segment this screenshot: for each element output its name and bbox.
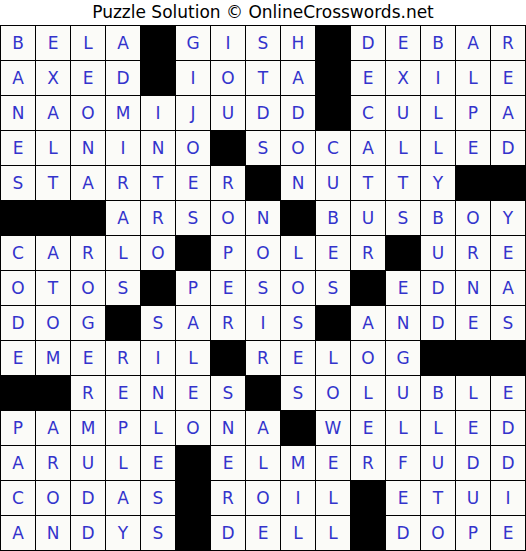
- cell-r11c11: L: [351, 376, 385, 410]
- cell-r10c4: R: [106, 341, 140, 375]
- cell-r15c8: E: [246, 516, 280, 550]
- cell-r11c15: E: [491, 376, 525, 410]
- cell-r9c15: S: [491, 306, 525, 340]
- block-r15c11: [351, 516, 385, 550]
- cell-r11c12: U: [386, 376, 420, 410]
- cell-r3c1: N: [1, 96, 35, 130]
- cell-r8c6: P: [176, 271, 210, 305]
- cell-r5c3: A: [71, 166, 105, 200]
- cell-r9c1: D: [1, 306, 35, 340]
- cell-r4c8: S: [246, 131, 280, 165]
- cell-r8c3: O: [71, 271, 105, 305]
- cell-r2c14: L: [456, 61, 490, 95]
- block-r12c9: [281, 411, 315, 445]
- cell-r12c15: D: [491, 411, 525, 445]
- cell-r8c1: O: [1, 271, 35, 305]
- cell-r14c10: L: [316, 481, 350, 515]
- cell-r3c9: D: [281, 96, 315, 130]
- cell-r4c3: N: [71, 131, 105, 165]
- cell-r13c4: L: [106, 446, 140, 480]
- block-r2c5: [141, 61, 175, 95]
- cell-r2c15: E: [491, 61, 525, 95]
- cell-r14c15: I: [491, 481, 525, 515]
- cell-r6c4: A: [106, 201, 140, 235]
- cell-r14c12: E: [386, 481, 420, 515]
- cell-r13c7: E: [211, 446, 245, 480]
- cell-r3c5: I: [141, 96, 175, 130]
- cell-r11c4: E: [106, 376, 140, 410]
- cell-r14c13: T: [421, 481, 455, 515]
- cell-r15c10: L: [316, 516, 350, 550]
- cell-r7c3: R: [71, 236, 105, 270]
- block-r15c6: [176, 516, 210, 550]
- cell-r6c14: O: [456, 201, 490, 235]
- cell-r10c12: G: [386, 341, 420, 375]
- cell-r6c7: O: [211, 201, 245, 235]
- cell-r5c7: R: [211, 166, 245, 200]
- cell-r14c4: A: [106, 481, 140, 515]
- cell-r13c1: A: [1, 446, 35, 480]
- cell-r1c7: I: [211, 26, 245, 60]
- block-r10c14: [456, 341, 490, 375]
- cell-r3c11: C: [351, 96, 385, 130]
- cell-r10c1: E: [1, 341, 35, 375]
- cell-r11c10: O: [316, 376, 350, 410]
- cell-r12c7: N: [211, 411, 245, 445]
- cell-r5c10: U: [316, 166, 350, 200]
- block-r1c5: [141, 26, 175, 60]
- cell-r8c15: A: [491, 271, 525, 305]
- cell-r11c13: B: [421, 376, 455, 410]
- block-r7c6: [176, 236, 210, 270]
- cell-r2c6: I: [176, 61, 210, 95]
- cell-r1c3: L: [71, 26, 105, 60]
- cell-r14c9: I: [281, 481, 315, 515]
- cell-r8c13: D: [421, 271, 455, 305]
- cell-r15c7: D: [211, 516, 245, 550]
- cell-r11c3: R: [71, 376, 105, 410]
- cell-r10c3: E: [71, 341, 105, 375]
- cell-r12c8: A: [246, 411, 280, 445]
- cell-r2c12: X: [386, 61, 420, 95]
- cell-r13c14: D: [456, 446, 490, 480]
- cell-r6c10: B: [316, 201, 350, 235]
- cell-r13c5: E: [141, 446, 175, 480]
- cell-r13c12: F: [386, 446, 420, 480]
- cell-r1c4: A: [106, 26, 140, 60]
- title-bar: Puzzle Solution © OnlineCrosswords.net: [0, 0, 526, 25]
- cell-r12c13: L: [421, 411, 455, 445]
- cell-r7c4: L: [106, 236, 140, 270]
- cell-r15c9: L: [281, 516, 315, 550]
- puzzle-solution-page: Puzzle Solution © OnlineCrosswords.net B…: [0, 0, 526, 551]
- cell-r15c3: D: [71, 516, 105, 550]
- block-r4c7: [211, 131, 245, 165]
- cell-r9c9: S: [281, 306, 315, 340]
- cell-r1c9: H: [281, 26, 315, 60]
- cell-r1c1: B: [1, 26, 35, 60]
- cell-r13c10: E: [316, 446, 350, 480]
- cell-r5c1: S: [1, 166, 35, 200]
- cell-r3c13: L: [421, 96, 455, 130]
- cell-r7c8: O: [246, 236, 280, 270]
- cell-r12c6: O: [176, 411, 210, 445]
- cell-r2c9: A: [281, 61, 315, 95]
- cell-r3c4: M: [106, 96, 140, 130]
- cell-r13c11: R: [351, 446, 385, 480]
- cell-r14c14: U: [456, 481, 490, 515]
- cell-r6c15: Y: [491, 201, 525, 235]
- cell-r9c11: A: [351, 306, 385, 340]
- cell-r12c4: P: [106, 411, 140, 445]
- page-title: Puzzle Solution © OnlineCrosswords.net: [92, 0, 434, 25]
- cell-r3c7: U: [211, 96, 245, 130]
- cell-r7c11: R: [351, 236, 385, 270]
- cell-r12c1: P: [1, 411, 35, 445]
- cell-r7c5: O: [141, 236, 175, 270]
- cell-r2c2: X: [36, 61, 70, 95]
- cell-r2c11: E: [351, 61, 385, 95]
- cell-r5c13: Y: [421, 166, 455, 200]
- cell-r3c12: U: [386, 96, 420, 130]
- cell-r9c5: S: [141, 306, 175, 340]
- cell-r15c14: P: [456, 516, 490, 550]
- cell-r1c13: B: [421, 26, 455, 60]
- cell-r6c12: S: [386, 201, 420, 235]
- cell-r11c14: L: [456, 376, 490, 410]
- cell-r4c5: N: [141, 131, 175, 165]
- cell-r15c1: A: [1, 516, 35, 550]
- cell-r11c6: E: [176, 376, 210, 410]
- cell-r3c3: O: [71, 96, 105, 130]
- cell-r4c12: L: [386, 131, 420, 165]
- block-r6c3: [71, 201, 105, 235]
- cell-r1c15: R: [491, 26, 525, 60]
- block-r1c10: [316, 26, 350, 60]
- cell-r12c2: A: [36, 411, 70, 445]
- block-r8c11: [351, 271, 385, 305]
- block-r14c6: [176, 481, 210, 515]
- cell-r8c2: T: [36, 271, 70, 305]
- cell-r6c13: B: [421, 201, 455, 235]
- cell-r5c2: T: [36, 166, 70, 200]
- block-r10c15: [491, 341, 525, 375]
- cell-r4c11: A: [351, 131, 385, 165]
- cell-r12c14: E: [456, 411, 490, 445]
- cell-r10c11: O: [351, 341, 385, 375]
- cell-r4c6: O: [176, 131, 210, 165]
- cell-r5c5: T: [141, 166, 175, 200]
- cell-r9c3: G: [71, 306, 105, 340]
- cell-r13c2: R: [36, 446, 70, 480]
- cell-r9c8: I: [246, 306, 280, 340]
- cell-r5c9: N: [281, 166, 315, 200]
- cell-r4c15: D: [491, 131, 525, 165]
- block-r5c8: [246, 166, 280, 200]
- cell-r11c5: N: [141, 376, 175, 410]
- block-r5c14: [456, 166, 490, 200]
- cell-r14c8: O: [246, 481, 280, 515]
- cell-r10c10: L: [316, 341, 350, 375]
- block-r11c1: [1, 376, 35, 410]
- cell-r3c15: A: [491, 96, 525, 130]
- cell-r14c5: S: [141, 481, 175, 515]
- block-r5c15: [491, 166, 525, 200]
- cell-r6c6: S: [176, 201, 210, 235]
- block-r9c10: [316, 306, 350, 340]
- cell-r12c5: L: [141, 411, 175, 445]
- cell-r10c5: I: [141, 341, 175, 375]
- cell-r4c2: L: [36, 131, 70, 165]
- cell-r13c13: U: [421, 446, 455, 480]
- cell-r12c3: M: [71, 411, 105, 445]
- cell-r3c2: A: [36, 96, 70, 130]
- cell-r1c6: G: [176, 26, 210, 60]
- cell-r7c9: L: [281, 236, 315, 270]
- cell-r13c3: U: [71, 446, 105, 480]
- cell-r3c8: D: [246, 96, 280, 130]
- cell-r8c7: E: [211, 271, 245, 305]
- cell-r7c14: R: [456, 236, 490, 270]
- block-r8c5: [141, 271, 175, 305]
- block-r7c12: [386, 236, 420, 270]
- cell-r9c12: N: [386, 306, 420, 340]
- cell-r10c2: M: [36, 341, 70, 375]
- cell-r15c4: Y: [106, 516, 140, 550]
- cell-r5c12: T: [386, 166, 420, 200]
- cell-r1c11: D: [351, 26, 385, 60]
- cell-r13c9: M: [281, 446, 315, 480]
- block-r11c2: [36, 376, 70, 410]
- cell-r8c10: S: [316, 271, 350, 305]
- cell-r11c7: S: [211, 376, 245, 410]
- cell-r5c4: R: [106, 166, 140, 200]
- block-r13c6: [176, 446, 210, 480]
- block-r6c9: [281, 201, 315, 235]
- cell-r12c12: L: [386, 411, 420, 445]
- cell-r7c13: U: [421, 236, 455, 270]
- cell-r13c8: L: [246, 446, 280, 480]
- cell-r15c5: S: [141, 516, 175, 550]
- cell-r12c10: W: [316, 411, 350, 445]
- block-r9c4: [106, 306, 140, 340]
- crossword-grid: BELAGISHDEBARAXEDIOTAEXILENAOMIJUDDCULPA…: [0, 25, 526, 551]
- block-r10c7: [211, 341, 245, 375]
- cell-r15c15: E: [491, 516, 525, 550]
- cell-r2c1: A: [1, 61, 35, 95]
- cell-r12c11: E: [351, 411, 385, 445]
- cell-r7c1: C: [1, 236, 35, 270]
- cell-r7c7: P: [211, 236, 245, 270]
- cell-r3c14: P: [456, 96, 490, 130]
- cell-r2c4: D: [106, 61, 140, 95]
- cell-r4c9: O: [281, 131, 315, 165]
- cell-r1c14: A: [456, 26, 490, 60]
- block-r6c2: [36, 201, 70, 235]
- cell-r15c13: O: [421, 516, 455, 550]
- cell-r9c2: O: [36, 306, 70, 340]
- cell-r8c8: S: [246, 271, 280, 305]
- cell-r2c8: T: [246, 61, 280, 95]
- cell-r14c3: D: [71, 481, 105, 515]
- cell-r5c11: T: [351, 166, 385, 200]
- block-r3c10: [316, 96, 350, 130]
- cell-r7c15: E: [491, 236, 525, 270]
- block-r2c10: [316, 61, 350, 95]
- cell-r5c6: E: [176, 166, 210, 200]
- cell-r1c8: S: [246, 26, 280, 60]
- cell-r9c13: D: [421, 306, 455, 340]
- cell-r2c13: I: [421, 61, 455, 95]
- cell-r13c15: D: [491, 446, 525, 480]
- cell-r10c8: R: [246, 341, 280, 375]
- cell-r15c2: N: [36, 516, 70, 550]
- block-r14c11: [351, 481, 385, 515]
- cell-r14c1: C: [1, 481, 35, 515]
- cell-r1c12: E: [386, 26, 420, 60]
- cell-r7c2: A: [36, 236, 70, 270]
- cell-r3c6: J: [176, 96, 210, 130]
- cell-r9c7: R: [211, 306, 245, 340]
- cell-r9c14: E: [456, 306, 490, 340]
- cell-r8c4: S: [106, 271, 140, 305]
- cell-r2c7: O: [211, 61, 245, 95]
- cell-r2c3: E: [71, 61, 105, 95]
- block-r6c1: [1, 201, 35, 235]
- cell-r11c9: S: [281, 376, 315, 410]
- cell-r8c12: E: [386, 271, 420, 305]
- cell-r4c1: E: [1, 131, 35, 165]
- cell-r7c10: E: [316, 236, 350, 270]
- cell-r9c6: A: [176, 306, 210, 340]
- cell-r14c2: O: [36, 481, 70, 515]
- cell-r6c5: R: [141, 201, 175, 235]
- cell-r6c8: N: [246, 201, 280, 235]
- cell-r15c12: D: [386, 516, 420, 550]
- block-r10c13: [421, 341, 455, 375]
- cell-r4c13: L: [421, 131, 455, 165]
- cell-r8c14: N: [456, 271, 490, 305]
- cell-r10c9: E: [281, 341, 315, 375]
- block-r11c8: [246, 376, 280, 410]
- cell-r4c10: C: [316, 131, 350, 165]
- cell-r4c14: E: [456, 131, 490, 165]
- cell-r4c4: I: [106, 131, 140, 165]
- cell-r1c2: E: [36, 26, 70, 60]
- cell-r6c11: U: [351, 201, 385, 235]
- cell-r14c7: R: [211, 481, 245, 515]
- cell-r8c9: O: [281, 271, 315, 305]
- cell-r10c6: L: [176, 341, 210, 375]
